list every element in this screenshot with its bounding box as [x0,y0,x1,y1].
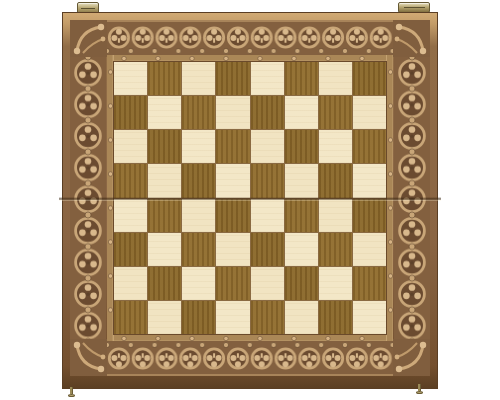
frame-top-band [107,20,393,55]
square-e1[interactable] [251,301,284,334]
bead-strip-top [107,55,393,62]
square-e4[interactable] [251,199,284,232]
square-f6[interactable] [285,130,318,163]
square-c6[interactable] [182,130,215,163]
square-c1[interactable] [182,301,215,334]
frame-corner-ornament [70,339,107,376]
square-a3[interactable] [114,233,147,266]
square-f7[interactable] [285,96,318,129]
square-e6[interactable] [251,130,284,163]
square-c3[interactable] [182,233,215,266]
square-d1[interactable] [216,301,249,334]
bead-strip-right [386,55,393,341]
square-g4[interactable] [319,199,352,232]
square-a4[interactable] [114,199,147,232]
foot-stem [418,384,421,391]
square-h4[interactable] [353,199,386,232]
square-c7[interactable] [182,96,215,129]
bead-strip-bottom [107,334,393,341]
square-d7[interactable] [216,96,249,129]
square-f1[interactable] [285,301,318,334]
square-e7[interactable] [251,96,284,129]
square-h7[interactable] [353,96,386,129]
chess-board [62,12,438,389]
board-grid [114,62,386,334]
square-h1[interactable] [353,301,386,334]
foot-base [68,394,75,397]
square-b5[interactable] [148,164,181,197]
square-f4[interactable] [285,199,318,232]
frame-corner-ornament [393,20,430,57]
brass-foot-left [67,387,76,397]
bead-strip-left [107,55,114,341]
frame-corner-ornament [393,339,430,376]
square-f3[interactable] [285,233,318,266]
square-d2[interactable] [216,267,249,300]
square-d5[interactable] [216,164,249,197]
square-a7[interactable] [114,96,147,129]
hinge-pin [81,8,95,9]
square-a5[interactable] [114,164,147,197]
square-f8[interactable] [285,62,318,95]
frame-bottom-band [107,341,393,376]
square-g6[interactable] [319,130,352,163]
brass-foot-right [415,384,424,394]
square-c8[interactable] [182,62,215,95]
square-e8[interactable] [251,62,284,95]
square-g7[interactable] [319,96,352,129]
square-c4[interactable] [182,199,215,232]
square-h3[interactable] [353,233,386,266]
square-g3[interactable] [319,233,352,266]
square-c2[interactable] [182,267,215,300]
square-b4[interactable] [148,199,181,232]
frame-right-band [394,57,430,341]
product-photo-stage [0,0,500,400]
square-f2[interactable] [285,267,318,300]
square-d8[interactable] [216,62,249,95]
square-h8[interactable] [353,62,386,95]
square-g2[interactable] [319,267,352,300]
square-h5[interactable] [353,164,386,197]
square-d6[interactable] [216,130,249,163]
square-g5[interactable] [319,164,352,197]
foot-base [416,391,423,394]
hinge-pin [404,7,425,8]
square-g1[interactable] [319,301,352,334]
square-d4[interactable] [216,199,249,232]
square-c5[interactable] [182,164,215,197]
foot-stem [70,387,73,394]
square-h6[interactable] [353,130,386,163]
square-a8[interactable] [114,62,147,95]
square-b6[interactable] [148,130,181,163]
square-d3[interactable] [216,233,249,266]
square-a1[interactable] [114,301,147,334]
square-f5[interactable] [285,164,318,197]
frame-corner-ornament [70,20,107,57]
square-a6[interactable] [114,130,147,163]
square-b3[interactable] [148,233,181,266]
square-b2[interactable] [148,267,181,300]
square-b1[interactable] [148,301,181,334]
square-h2[interactable] [353,267,386,300]
frame-left-band [70,57,106,341]
square-e2[interactable] [251,267,284,300]
square-b7[interactable] [148,96,181,129]
square-e3[interactable] [251,233,284,266]
square-g8[interactable] [319,62,352,95]
square-a2[interactable] [114,267,147,300]
square-e5[interactable] [251,164,284,197]
square-b8[interactable] [148,62,181,95]
